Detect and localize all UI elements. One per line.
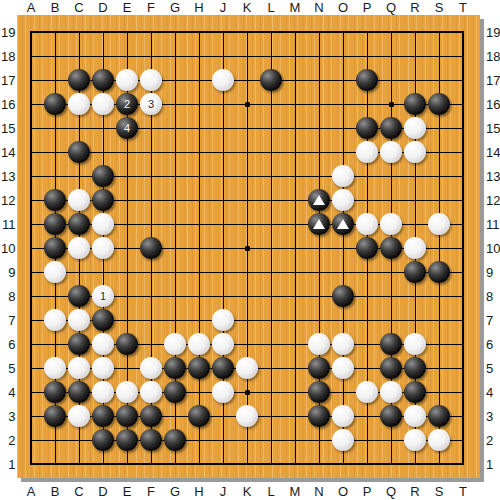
intersection-R18[interactable] [403, 44, 427, 68]
intersection-G5[interactable] [163, 356, 187, 380]
intersection-G4[interactable] [163, 380, 187, 404]
intersection-G15[interactable] [163, 116, 187, 140]
intersection-L7[interactable] [259, 308, 283, 332]
intersection-K15[interactable] [235, 116, 259, 140]
intersection-L5[interactable] [259, 356, 283, 380]
intersection-H10[interactable] [187, 236, 211, 260]
intersection-A12[interactable] [19, 188, 43, 212]
intersection-S19[interactable] [427, 20, 451, 44]
intersection-M18[interactable] [283, 44, 307, 68]
intersection-H6[interactable] [187, 332, 211, 356]
intersection-J10[interactable] [211, 236, 235, 260]
intersection-J6[interactable] [211, 332, 235, 356]
intersection-T18[interactable] [451, 44, 475, 68]
intersection-L14[interactable] [259, 140, 283, 164]
intersection-M3[interactable] [283, 404, 307, 428]
intersection-F1[interactable] [139, 452, 163, 476]
intersection-Q7[interactable] [379, 308, 403, 332]
intersection-H8[interactable] [187, 284, 211, 308]
intersection-L15[interactable] [259, 116, 283, 140]
intersection-H15[interactable] [187, 116, 211, 140]
intersection-R10[interactable] [403, 236, 427, 260]
intersection-B12[interactable] [43, 188, 67, 212]
intersection-B7[interactable] [43, 308, 67, 332]
intersection-C10[interactable] [67, 236, 91, 260]
intersection-F3[interactable] [139, 404, 163, 428]
intersection-T14[interactable] [451, 140, 475, 164]
intersection-K6[interactable] [235, 332, 259, 356]
intersection-J17[interactable] [211, 68, 235, 92]
intersection-S2[interactable] [427, 428, 451, 452]
intersection-S6[interactable] [427, 332, 451, 356]
intersection-B6[interactable] [43, 332, 67, 356]
intersection-S8[interactable] [427, 284, 451, 308]
intersection-M5[interactable] [283, 356, 307, 380]
intersection-M13[interactable] [283, 164, 307, 188]
intersection-Q13[interactable] [379, 164, 403, 188]
intersection-Q16[interactable] [379, 92, 403, 116]
intersection-H7[interactable] [187, 308, 211, 332]
intersection-T19[interactable] [451, 20, 475, 44]
intersection-A19[interactable] [19, 20, 43, 44]
intersection-Q14[interactable] [379, 140, 403, 164]
intersection-C15[interactable] [67, 116, 91, 140]
intersection-R3[interactable] [403, 404, 427, 428]
intersection-J4[interactable] [211, 380, 235, 404]
intersection-P4[interactable] [355, 380, 379, 404]
intersection-G11[interactable] [163, 212, 187, 236]
intersection-M16[interactable] [283, 92, 307, 116]
intersection-D3[interactable] [91, 404, 115, 428]
intersection-M1[interactable] [283, 452, 307, 476]
intersection-P9[interactable] [355, 260, 379, 284]
intersection-T2[interactable] [451, 428, 475, 452]
intersection-E15[interactable]: 4 [115, 116, 139, 140]
intersection-O1[interactable] [331, 452, 355, 476]
intersection-C6[interactable] [67, 332, 91, 356]
intersection-K10[interactable] [235, 236, 259, 260]
intersection-O6[interactable] [331, 332, 355, 356]
intersection-L2[interactable] [259, 428, 283, 452]
intersection-N8[interactable] [307, 284, 331, 308]
intersection-T13[interactable] [451, 164, 475, 188]
intersection-Q10[interactable] [379, 236, 403, 260]
intersection-N2[interactable] [307, 428, 331, 452]
intersection-G6[interactable] [163, 332, 187, 356]
intersection-N12[interactable] [307, 188, 331, 212]
intersection-K16[interactable] [235, 92, 259, 116]
intersection-N14[interactable] [307, 140, 331, 164]
intersection-G19[interactable] [163, 20, 187, 44]
intersection-G1[interactable] [163, 452, 187, 476]
intersection-T6[interactable] [451, 332, 475, 356]
intersection-M11[interactable] [283, 212, 307, 236]
intersection-F12[interactable] [139, 188, 163, 212]
intersection-C3[interactable] [67, 404, 91, 428]
intersection-B3[interactable] [43, 404, 67, 428]
intersection-B15[interactable] [43, 116, 67, 140]
intersection-B9[interactable] [43, 260, 67, 284]
intersection-F14[interactable] [139, 140, 163, 164]
intersection-K5[interactable] [235, 356, 259, 380]
intersection-P8[interactable] [355, 284, 379, 308]
intersection-G12[interactable] [163, 188, 187, 212]
intersection-S13[interactable] [427, 164, 451, 188]
intersection-C16[interactable] [67, 92, 91, 116]
intersection-S5[interactable] [427, 356, 451, 380]
intersection-A18[interactable] [19, 44, 43, 68]
intersection-P18[interactable] [355, 44, 379, 68]
intersection-C2[interactable] [67, 428, 91, 452]
intersection-H18[interactable] [187, 44, 211, 68]
intersection-A13[interactable] [19, 164, 43, 188]
intersection-K3[interactable] [235, 404, 259, 428]
intersection-M9[interactable] [283, 260, 307, 284]
intersection-E8[interactable] [115, 284, 139, 308]
intersection-R17[interactable] [403, 68, 427, 92]
intersection-F8[interactable] [139, 284, 163, 308]
intersection-L11[interactable] [259, 212, 283, 236]
intersection-D10[interactable] [91, 236, 115, 260]
intersection-Q3[interactable] [379, 404, 403, 428]
intersection-F16[interactable]: 3 [139, 92, 163, 116]
intersection-A9[interactable] [19, 260, 43, 284]
intersection-F9[interactable] [139, 260, 163, 284]
intersection-T8[interactable] [451, 284, 475, 308]
intersection-P2[interactable] [355, 428, 379, 452]
intersection-P12[interactable] [355, 188, 379, 212]
intersection-F6[interactable] [139, 332, 163, 356]
intersection-C19[interactable] [67, 20, 91, 44]
intersection-L13[interactable] [259, 164, 283, 188]
intersection-B10[interactable] [43, 236, 67, 260]
intersection-G7[interactable] [163, 308, 187, 332]
intersection-C8[interactable] [67, 284, 91, 308]
intersection-F17[interactable] [139, 68, 163, 92]
intersection-L8[interactable] [259, 284, 283, 308]
intersection-D16[interactable] [91, 92, 115, 116]
intersection-M12[interactable] [283, 188, 307, 212]
intersection-F4[interactable] [139, 380, 163, 404]
intersection-N10[interactable] [307, 236, 331, 260]
intersection-R15[interactable] [403, 116, 427, 140]
intersection-S12[interactable] [427, 188, 451, 212]
intersection-D11[interactable] [91, 212, 115, 236]
intersection-N13[interactable] [307, 164, 331, 188]
intersection-L12[interactable] [259, 188, 283, 212]
intersection-L1[interactable] [259, 452, 283, 476]
intersection-O12[interactable] [331, 188, 355, 212]
intersection-Q18[interactable] [379, 44, 403, 68]
intersection-D8[interactable]: 1 [91, 284, 115, 308]
intersection-H17[interactable] [187, 68, 211, 92]
intersection-A15[interactable] [19, 116, 43, 140]
intersection-J7[interactable] [211, 308, 235, 332]
intersection-D12[interactable] [91, 188, 115, 212]
intersection-S17[interactable] [427, 68, 451, 92]
intersection-B11[interactable] [43, 212, 67, 236]
intersection-P11[interactable] [355, 212, 379, 236]
intersection-T15[interactable] [451, 116, 475, 140]
intersection-T10[interactable] [451, 236, 475, 260]
intersection-R13[interactable] [403, 164, 427, 188]
intersection-R5[interactable] [403, 356, 427, 380]
intersection-N6[interactable] [307, 332, 331, 356]
intersection-O3[interactable] [331, 404, 355, 428]
intersection-F11[interactable] [139, 212, 163, 236]
intersection-B13[interactable] [43, 164, 67, 188]
intersection-L3[interactable] [259, 404, 283, 428]
intersection-D19[interactable] [91, 20, 115, 44]
intersection-O16[interactable] [331, 92, 355, 116]
intersection-K17[interactable] [235, 68, 259, 92]
intersection-E13[interactable] [115, 164, 139, 188]
intersection-E19[interactable] [115, 20, 139, 44]
intersection-K14[interactable] [235, 140, 259, 164]
intersection-G14[interactable] [163, 140, 187, 164]
intersection-S10[interactable] [427, 236, 451, 260]
intersection-R1[interactable] [403, 452, 427, 476]
intersection-H2[interactable] [187, 428, 211, 452]
intersection-S14[interactable] [427, 140, 451, 164]
intersection-Q15[interactable] [379, 116, 403, 140]
intersection-K2[interactable] [235, 428, 259, 452]
intersection-Q17[interactable] [379, 68, 403, 92]
intersection-E3[interactable] [115, 404, 139, 428]
intersection-A17[interactable] [19, 68, 43, 92]
intersection-C4[interactable] [67, 380, 91, 404]
intersection-G18[interactable] [163, 44, 187, 68]
intersection-E11[interactable] [115, 212, 139, 236]
intersection-D14[interactable] [91, 140, 115, 164]
intersection-Q11[interactable] [379, 212, 403, 236]
intersection-L16[interactable] [259, 92, 283, 116]
intersection-R2[interactable] [403, 428, 427, 452]
intersection-L19[interactable] [259, 20, 283, 44]
intersection-S3[interactable] [427, 404, 451, 428]
intersection-S4[interactable] [427, 380, 451, 404]
intersection-F2[interactable] [139, 428, 163, 452]
intersection-R12[interactable] [403, 188, 427, 212]
intersection-H3[interactable] [187, 404, 211, 428]
intersection-N1[interactable] [307, 452, 331, 476]
intersection-E18[interactable] [115, 44, 139, 68]
intersection-N18[interactable] [307, 44, 331, 68]
intersection-S15[interactable] [427, 116, 451, 140]
intersection-D9[interactable] [91, 260, 115, 284]
intersection-E14[interactable] [115, 140, 139, 164]
intersection-H1[interactable] [187, 452, 211, 476]
intersection-H9[interactable] [187, 260, 211, 284]
intersection-L10[interactable] [259, 236, 283, 260]
intersection-O14[interactable] [331, 140, 355, 164]
intersection-H14[interactable] [187, 140, 211, 164]
intersection-Q9[interactable] [379, 260, 403, 284]
intersection-T3[interactable] [451, 404, 475, 428]
intersection-O19[interactable] [331, 20, 355, 44]
intersection-F7[interactable] [139, 308, 163, 332]
intersection-D7[interactable] [91, 308, 115, 332]
intersection-R11[interactable] [403, 212, 427, 236]
intersection-O9[interactable] [331, 260, 355, 284]
intersection-L18[interactable] [259, 44, 283, 68]
intersection-M19[interactable] [283, 20, 307, 44]
intersection-B16[interactable] [43, 92, 67, 116]
intersection-K11[interactable] [235, 212, 259, 236]
intersection-E6[interactable] [115, 332, 139, 356]
intersection-A11[interactable] [19, 212, 43, 236]
intersection-K9[interactable] [235, 260, 259, 284]
intersection-P1[interactable] [355, 452, 379, 476]
intersection-A3[interactable] [19, 404, 43, 428]
intersection-O18[interactable] [331, 44, 355, 68]
intersection-G9[interactable] [163, 260, 187, 284]
intersection-O13[interactable] [331, 164, 355, 188]
intersection-S9[interactable] [427, 260, 451, 284]
intersection-E10[interactable] [115, 236, 139, 260]
intersection-A16[interactable] [19, 92, 43, 116]
intersection-E7[interactable] [115, 308, 139, 332]
intersection-J13[interactable] [211, 164, 235, 188]
intersection-P17[interactable] [355, 68, 379, 92]
intersection-F5[interactable] [139, 356, 163, 380]
intersection-B17[interactable] [43, 68, 67, 92]
intersection-D18[interactable] [91, 44, 115, 68]
intersection-L9[interactable] [259, 260, 283, 284]
intersection-N16[interactable] [307, 92, 331, 116]
intersection-E12[interactable] [115, 188, 139, 212]
intersection-M7[interactable] [283, 308, 307, 332]
intersection-P5[interactable] [355, 356, 379, 380]
intersection-A10[interactable] [19, 236, 43, 260]
intersection-J14[interactable] [211, 140, 235, 164]
intersection-A7[interactable] [19, 308, 43, 332]
intersection-D4[interactable] [91, 380, 115, 404]
intersection-T16[interactable] [451, 92, 475, 116]
intersection-C7[interactable] [67, 308, 91, 332]
intersection-C12[interactable] [67, 188, 91, 212]
intersection-P7[interactable] [355, 308, 379, 332]
intersection-B14[interactable] [43, 140, 67, 164]
intersection-K4[interactable] [235, 380, 259, 404]
intersection-Q5[interactable] [379, 356, 403, 380]
intersection-C18[interactable] [67, 44, 91, 68]
intersection-O8[interactable] [331, 284, 355, 308]
intersection-D2[interactable] [91, 428, 115, 452]
intersection-A2[interactable] [19, 428, 43, 452]
intersection-L17[interactable] [259, 68, 283, 92]
intersection-H12[interactable] [187, 188, 211, 212]
intersection-E4[interactable] [115, 380, 139, 404]
intersection-A5[interactable] [19, 356, 43, 380]
intersection-G17[interactable] [163, 68, 187, 92]
intersection-N11[interactable] [307, 212, 331, 236]
intersection-M15[interactable] [283, 116, 307, 140]
intersection-G13[interactable] [163, 164, 187, 188]
intersection-F13[interactable] [139, 164, 163, 188]
intersection-C1[interactable] [67, 452, 91, 476]
intersection-T11[interactable] [451, 212, 475, 236]
intersection-A4[interactable] [19, 380, 43, 404]
intersection-M2[interactable] [283, 428, 307, 452]
intersection-H16[interactable] [187, 92, 211, 116]
intersection-H19[interactable] [187, 20, 211, 44]
intersection-F15[interactable] [139, 116, 163, 140]
intersection-S11[interactable] [427, 212, 451, 236]
intersection-K18[interactable] [235, 44, 259, 68]
intersection-B4[interactable] [43, 380, 67, 404]
intersection-R19[interactable] [403, 20, 427, 44]
intersection-J3[interactable] [211, 404, 235, 428]
intersection-L4[interactable] [259, 380, 283, 404]
intersection-H4[interactable] [187, 380, 211, 404]
intersection-S1[interactable] [427, 452, 451, 476]
intersection-G3[interactable] [163, 404, 187, 428]
intersection-G8[interactable] [163, 284, 187, 308]
intersection-N15[interactable] [307, 116, 331, 140]
intersection-K19[interactable] [235, 20, 259, 44]
intersection-B2[interactable] [43, 428, 67, 452]
intersection-H13[interactable] [187, 164, 211, 188]
intersection-C11[interactable] [67, 212, 91, 236]
intersection-J16[interactable] [211, 92, 235, 116]
intersection-T12[interactable] [451, 188, 475, 212]
intersection-A14[interactable] [19, 140, 43, 164]
intersection-K8[interactable] [235, 284, 259, 308]
intersection-J18[interactable] [211, 44, 235, 68]
intersection-B1[interactable] [43, 452, 67, 476]
intersection-T7[interactable] [451, 308, 475, 332]
intersection-O4[interactable] [331, 380, 355, 404]
intersection-P19[interactable] [355, 20, 379, 44]
intersection-C9[interactable] [67, 260, 91, 284]
intersection-N17[interactable] [307, 68, 331, 92]
intersection-S16[interactable] [427, 92, 451, 116]
intersection-R4[interactable] [403, 380, 427, 404]
intersection-O15[interactable] [331, 116, 355, 140]
intersection-B19[interactable] [43, 20, 67, 44]
intersection-M10[interactable] [283, 236, 307, 260]
intersection-O7[interactable] [331, 308, 355, 332]
intersection-R16[interactable] [403, 92, 427, 116]
intersection-P14[interactable] [355, 140, 379, 164]
intersection-P3[interactable] [355, 404, 379, 428]
intersection-S18[interactable] [427, 44, 451, 68]
intersection-Q12[interactable] [379, 188, 403, 212]
intersection-O2[interactable] [331, 428, 355, 452]
intersection-J9[interactable] [211, 260, 235, 284]
intersection-J1[interactable] [211, 452, 235, 476]
intersection-M17[interactable] [283, 68, 307, 92]
intersection-E5[interactable] [115, 356, 139, 380]
intersection-R8[interactable] [403, 284, 427, 308]
intersection-J15[interactable] [211, 116, 235, 140]
intersection-J8[interactable] [211, 284, 235, 308]
intersection-O10[interactable] [331, 236, 355, 260]
intersection-C17[interactable] [67, 68, 91, 92]
intersection-D5[interactable] [91, 356, 115, 380]
intersection-T5[interactable] [451, 356, 475, 380]
intersection-R9[interactable] [403, 260, 427, 284]
intersection-F10[interactable] [139, 236, 163, 260]
intersection-F18[interactable] [139, 44, 163, 68]
intersection-P15[interactable] [355, 116, 379, 140]
intersection-T9[interactable] [451, 260, 475, 284]
intersection-K13[interactable] [235, 164, 259, 188]
intersection-E9[interactable] [115, 260, 139, 284]
intersection-T1[interactable] [451, 452, 475, 476]
intersection-H11[interactable] [187, 212, 211, 236]
